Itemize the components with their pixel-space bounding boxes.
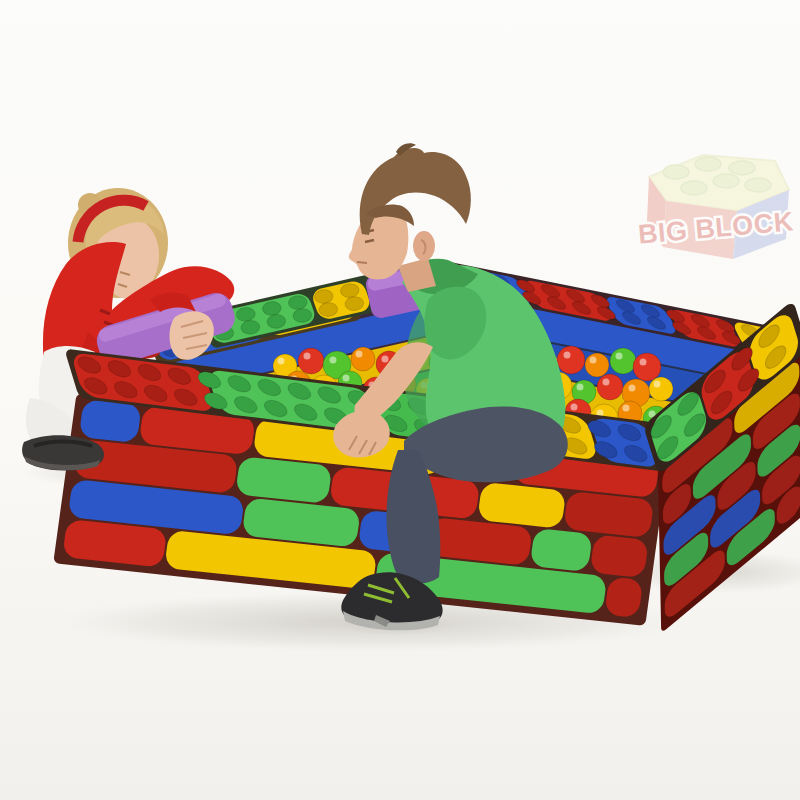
boy-mouth — [357, 262, 367, 263]
boy-ear — [413, 231, 435, 261]
product-photo: BIG BLOCK — [0, 0, 800, 800]
scene-svg: BIG BLOCK — [0, 0, 800, 800]
